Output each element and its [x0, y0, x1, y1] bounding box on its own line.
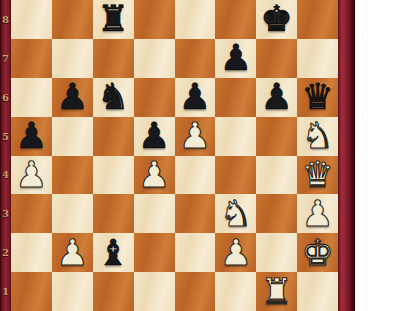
rank-label-7: 7 [0, 39, 11, 78]
piece-black-pawn[interactable]: ♟ [138, 118, 170, 154]
rank-label-2: 2 [0, 233, 11, 272]
square-b8[interactable] [52, 0, 93, 39]
square-e6[interactable]: ♟ [175, 78, 216, 117]
square-f3[interactable]: ♞ [215, 194, 256, 233]
square-g3[interactable] [256, 194, 297, 233]
square-d7[interactable] [134, 39, 175, 78]
square-a4[interactable]: ♟ [11, 156, 52, 195]
square-d4[interactable]: ♟ [134, 156, 175, 195]
square-e5[interactable]: ♟ [175, 117, 216, 156]
board-frame-left: 87654321 [0, 0, 11, 311]
square-d3[interactable] [134, 194, 175, 233]
square-d1[interactable] [134, 272, 175, 311]
rank-label-8: 8 [0, 0, 11, 39]
square-e8[interactable] [175, 0, 216, 39]
square-f5[interactable] [215, 117, 256, 156]
square-d5[interactable]: ♟ [134, 117, 175, 156]
square-e2[interactable] [175, 233, 216, 272]
square-a5[interactable]: ♟ [11, 117, 52, 156]
piece-white-rook[interactable]: ♜ [261, 274, 293, 310]
square-d2[interactable] [134, 233, 175, 272]
piece-white-pawn[interactable]: ♟ [301, 196, 333, 232]
square-f1[interactable] [215, 272, 256, 311]
square-b5[interactable] [52, 117, 93, 156]
square-g6[interactable]: ♟ [256, 78, 297, 117]
square-c5[interactable] [93, 117, 134, 156]
square-b3[interactable] [52, 194, 93, 233]
square-c6[interactable]: ♞ [93, 78, 134, 117]
square-c7[interactable] [93, 39, 134, 78]
piece-white-pawn[interactable]: ♟ [56, 235, 88, 271]
square-b2[interactable]: ♟ [52, 233, 93, 272]
piece-white-pawn[interactable]: ♟ [138, 157, 170, 193]
square-f7[interactable]: ♟ [215, 39, 256, 78]
square-f4[interactable] [215, 156, 256, 195]
piece-white-pawn[interactable]: ♟ [15, 157, 47, 193]
square-h1[interactable] [297, 272, 338, 311]
board-frame-right [338, 0, 355, 311]
rank-label-4: 4 [0, 156, 11, 195]
square-a1[interactable] [11, 272, 52, 311]
square-e4[interactable] [175, 156, 216, 195]
piece-white-pawn[interactable]: ♟ [179, 118, 211, 154]
rank-label-6: 6 [0, 78, 11, 117]
square-d6[interactable] [134, 78, 175, 117]
square-c4[interactable] [93, 156, 134, 195]
square-a3[interactable] [11, 194, 52, 233]
piece-black-king[interactable]: ♚ [261, 1, 293, 37]
square-h5[interactable]: ♞ [297, 117, 338, 156]
piece-white-knight[interactable]: ♞ [301, 118, 333, 154]
square-g8[interactable]: ♚ [256, 0, 297, 39]
rank-label-1: 1 [0, 272, 11, 311]
square-b1[interactable] [52, 272, 93, 311]
square-a2[interactable] [11, 233, 52, 272]
square-h6[interactable]: ♛ [297, 78, 338, 117]
chess-board-frame: 87654321 ♜♚♟♟♞♟♟♛♟♟♟♞♟♟♛♞♟♟♝♟♚♜ [0, 0, 355, 311]
piece-black-pawn[interactable]: ♟ [179, 79, 211, 115]
square-g5[interactable] [256, 117, 297, 156]
square-g1[interactable]: ♜ [256, 272, 297, 311]
square-g4[interactable] [256, 156, 297, 195]
square-h2[interactable]: ♚ [297, 233, 338, 272]
chess-board[interactable]: ♜♚♟♟♞♟♟♛♟♟♟♞♟♟♛♞♟♟♝♟♚♜ [11, 0, 338, 311]
piece-white-king[interactable]: ♚ [301, 235, 333, 271]
piece-white-pawn[interactable]: ♟ [220, 235, 252, 271]
piece-black-pawn[interactable]: ♟ [56, 79, 88, 115]
square-c8[interactable]: ♜ [93, 0, 134, 39]
rank-label-3: 3 [0, 194, 11, 233]
square-h4[interactable]: ♛ [297, 156, 338, 195]
square-b4[interactable] [52, 156, 93, 195]
piece-black-rook[interactable]: ♜ [97, 1, 129, 37]
square-e7[interactable] [175, 39, 216, 78]
square-f2[interactable]: ♟ [215, 233, 256, 272]
square-c2[interactable]: ♝ [93, 233, 134, 272]
piece-white-queen[interactable]: ♛ [301, 157, 333, 193]
square-b7[interactable] [52, 39, 93, 78]
square-d8[interactable] [134, 0, 175, 39]
piece-black-queen[interactable]: ♛ [301, 79, 333, 115]
square-a6[interactable] [11, 78, 52, 117]
square-h3[interactable]: ♟ [297, 194, 338, 233]
piece-white-knight[interactable]: ♞ [220, 196, 252, 232]
square-e3[interactable] [175, 194, 216, 233]
square-g2[interactable] [256, 233, 297, 272]
square-b6[interactable]: ♟ [52, 78, 93, 117]
square-h8[interactable] [297, 0, 338, 39]
piece-black-pawn[interactable]: ♟ [220, 40, 252, 76]
square-a8[interactable] [11, 0, 52, 39]
square-c1[interactable] [93, 272, 134, 311]
screenshot-root: 87654321 ♜♚♟♟♞♟♟♛♟♟♟♞♟♟♛♞♟♟♝♟♚♜ [0, 0, 414, 311]
square-a7[interactable] [11, 39, 52, 78]
square-h7[interactable] [297, 39, 338, 78]
piece-black-pawn[interactable]: ♟ [15, 118, 47, 154]
rank-label-5: 5 [0, 117, 11, 156]
piece-black-pawn[interactable]: ♟ [261, 79, 293, 115]
piece-black-knight[interactable]: ♞ [97, 79, 129, 115]
square-g7[interactable] [256, 39, 297, 78]
square-c3[interactable] [93, 194, 134, 233]
square-f8[interactable] [215, 0, 256, 39]
square-f6[interactable] [215, 78, 256, 117]
square-e1[interactable] [175, 272, 216, 311]
piece-black-bishop[interactable]: ♝ [97, 235, 129, 271]
